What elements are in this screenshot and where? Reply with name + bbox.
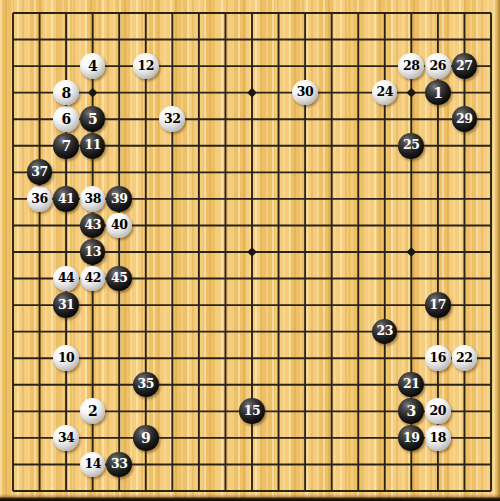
stone-black-move-3-Q4[interactable]: 3 (398, 398, 424, 424)
move-number-label: 20 (430, 404, 446, 417)
move-number-label: 43 (84, 219, 100, 232)
stone-black-move-17-R8[interactable]: 17 (425, 292, 451, 318)
stone-white-move-14-D2[interactable]: 14 (80, 452, 106, 478)
stone-black-move-43-D11[interactable]: 43 (80, 213, 106, 239)
stone-white-move-10-C6[interactable]: 10 (53, 345, 79, 371)
stones-layer: 1234567891011121314151617181920212223242… (0, 0, 500, 501)
move-number-label: 16 (430, 351, 446, 364)
stone-white-move-2-D4[interactable]: 2 (80, 398, 106, 424)
stone-white-move-22-S6[interactable]: 22 (452, 345, 478, 371)
stone-white-move-4-D17[interactable]: 4 (80, 53, 106, 79)
move-number-label: 5 (88, 112, 97, 126)
move-number-label: 39 (111, 192, 127, 205)
stone-black-move-5-D15[interactable]: 5 (80, 106, 106, 132)
move-number-label: 32 (164, 112, 180, 125)
stone-white-move-24-P16[interactable]: 24 (372, 80, 398, 106)
move-number-label: 29 (456, 112, 472, 125)
stone-black-move-1-R16[interactable]: 1 (425, 80, 451, 106)
stone-white-move-26-R17[interactable]: 26 (425, 53, 451, 79)
move-number-label: 31 (58, 298, 74, 311)
go-diagram: 1234567891011121314151617181920212223242… (0, 0, 500, 501)
stone-black-move-39-E12[interactable]: 39 (106, 186, 132, 212)
stone-white-move-8-C16[interactable]: 8 (53, 80, 79, 106)
stone-black-move-9-F3[interactable]: 9 (133, 425, 159, 451)
go-board[interactable]: 1234567891011121314151617181920212223242… (0, 0, 500, 501)
stone-white-move-28-Q17[interactable]: 28 (398, 53, 424, 79)
move-number-label: 28 (403, 59, 419, 72)
move-number-label: 44 (58, 272, 74, 285)
move-number-label: 17 (430, 298, 446, 311)
stone-black-move-19-Q3[interactable]: 19 (398, 425, 424, 451)
move-number-label: 6 (61, 112, 70, 126)
stone-white-move-30-M16[interactable]: 30 (292, 80, 318, 106)
move-number-label: 22 (456, 351, 472, 364)
move-number-label: 38 (84, 192, 100, 205)
move-number-label: 45 (111, 272, 127, 285)
stone-white-move-34-C3[interactable]: 34 (53, 425, 79, 451)
move-number-label: 27 (456, 59, 472, 72)
move-number-label: 37 (31, 166, 47, 179)
stone-white-move-16-R6[interactable]: 16 (425, 345, 451, 371)
stone-white-move-40-E11[interactable]: 40 (106, 213, 132, 239)
move-number-label: 23 (376, 325, 392, 338)
move-number-label: 19 (403, 431, 419, 444)
stone-black-move-33-E2[interactable]: 33 (106, 452, 132, 478)
move-number-label: 1 (433, 85, 442, 99)
stone-white-move-20-R4[interactable]: 20 (425, 398, 451, 424)
move-number-label: 7 (61, 138, 70, 152)
stone-black-move-15-K4[interactable]: 15 (239, 398, 265, 424)
stone-black-move-21-Q5[interactable]: 21 (398, 372, 424, 398)
stone-black-move-37-B13[interactable]: 37 (27, 159, 53, 185)
stone-black-move-23-P7[interactable]: 23 (372, 319, 398, 345)
move-number-label: 42 (84, 272, 100, 285)
move-number-label: 18 (430, 431, 446, 444)
stone-white-move-12-F17[interactable]: 12 (133, 53, 159, 79)
stone-white-move-32-G15[interactable]: 32 (159, 106, 185, 132)
move-number-label: 30 (297, 86, 313, 99)
stone-black-move-41-C12[interactable]: 41 (53, 186, 79, 212)
move-number-label: 21 (403, 378, 419, 391)
move-number-label: 10 (58, 351, 74, 364)
stone-white-move-18-R3[interactable]: 18 (425, 425, 451, 451)
move-number-label: 4 (88, 59, 97, 73)
move-number-label: 9 (141, 430, 150, 444)
stone-black-move-11-D14[interactable]: 11 (80, 133, 106, 159)
stone-white-move-6-C15[interactable]: 6 (53, 106, 79, 132)
stone-black-move-13-D10[interactable]: 13 (80, 239, 106, 265)
move-number-label: 34 (58, 431, 74, 444)
stone-white-move-44-C9[interactable]: 44 (53, 266, 79, 292)
stone-white-move-36-B12[interactable]: 36 (27, 186, 53, 212)
move-number-label: 3 (407, 404, 416, 418)
stone-white-move-38-D12[interactable]: 38 (80, 186, 106, 212)
stone-black-move-29-S15[interactable]: 29 (452, 106, 478, 132)
move-number-label: 26 (430, 59, 446, 72)
move-number-label: 13 (84, 245, 100, 258)
move-number-label: 36 (31, 192, 47, 205)
stone-black-move-27-S17[interactable]: 27 (452, 53, 478, 79)
stone-black-move-7-C14[interactable]: 7 (53, 133, 79, 159)
move-number-label: 8 (61, 85, 70, 99)
stone-white-move-42-D9[interactable]: 42 (80, 266, 106, 292)
move-number-label: 14 (84, 458, 100, 471)
stone-black-move-45-E9[interactable]: 45 (106, 266, 132, 292)
move-number-label: 2 (88, 404, 97, 418)
move-number-label: 24 (376, 86, 392, 99)
stone-black-move-25-Q14[interactable]: 25 (398, 133, 424, 159)
move-number-label: 40 (111, 219, 127, 232)
stone-black-move-31-C8[interactable]: 31 (53, 292, 79, 318)
move-number-label: 35 (138, 378, 154, 391)
stone-black-move-35-F5[interactable]: 35 (133, 372, 159, 398)
move-number-label: 15 (244, 404, 260, 417)
move-number-label: 25 (403, 139, 419, 152)
move-number-label: 41 (58, 192, 74, 205)
move-number-label: 11 (84, 139, 100, 152)
move-number-label: 12 (138, 59, 154, 72)
move-number-label: 33 (111, 458, 127, 471)
